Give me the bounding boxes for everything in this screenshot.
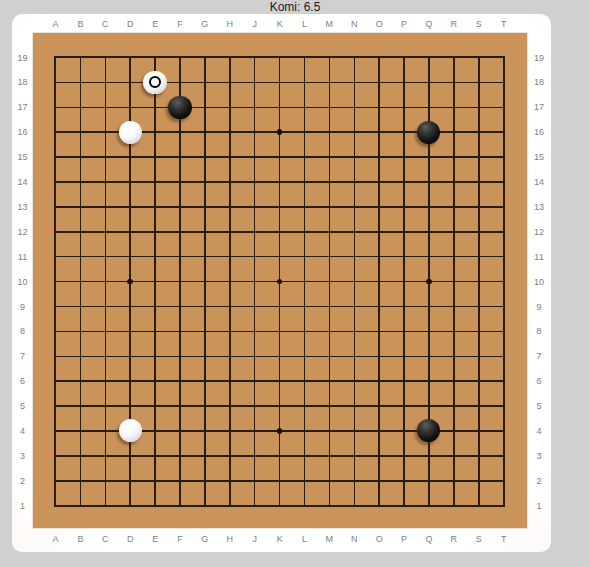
- intersection-H10[interactable]: [217, 269, 242, 294]
- intersection-C10[interactable]: [93, 269, 118, 294]
- intersection-G4[interactable]: [192, 418, 217, 443]
- intersection-D10[interactable]: [118, 269, 143, 294]
- intersection-T13[interactable]: [491, 194, 516, 219]
- intersection-L4[interactable]: [292, 418, 317, 443]
- intersection-J14[interactable]: [242, 170, 267, 195]
- intersection-M1[interactable]: [317, 493, 342, 518]
- intersection-E14[interactable]: [143, 170, 168, 195]
- intersection-S1[interactable]: [466, 493, 491, 518]
- intersection-Q6[interactable]: [416, 369, 441, 394]
- intersection-E16[interactable]: [143, 120, 168, 145]
- intersection-C8[interactable]: [93, 319, 118, 344]
- intersection-B3[interactable]: [68, 443, 93, 468]
- intersection-D17[interactable]: [118, 95, 143, 120]
- intersection-S5[interactable]: [466, 394, 491, 419]
- intersection-J7[interactable]: [242, 344, 267, 369]
- intersection-G15[interactable]: [192, 145, 217, 170]
- intersection-L8[interactable]: [292, 319, 317, 344]
- intersection-S2[interactable]: [466, 468, 491, 493]
- intersection-D14[interactable]: [118, 170, 143, 195]
- intersection-P3[interactable]: [392, 443, 417, 468]
- intersection-B2[interactable]: [68, 468, 93, 493]
- intersection-H15[interactable]: [217, 145, 242, 170]
- intersection-G12[interactable]: [192, 219, 217, 244]
- intersection-L18[interactable]: [292, 70, 317, 95]
- intersection-B5[interactable]: [68, 394, 93, 419]
- intersection-D3[interactable]: [118, 443, 143, 468]
- intersection-S10[interactable]: [466, 269, 491, 294]
- intersection-B10[interactable]: [68, 269, 93, 294]
- intersection-K5[interactable]: [267, 394, 292, 419]
- intersection-A16[interactable]: [43, 120, 68, 145]
- intersection-H18[interactable]: [217, 70, 242, 95]
- intersection-F6[interactable]: [168, 369, 193, 394]
- intersection-C1[interactable]: [93, 493, 118, 518]
- intersection-R19[interactable]: [441, 45, 466, 70]
- intersection-D15[interactable]: [118, 145, 143, 170]
- intersection-O14[interactable]: [367, 170, 392, 195]
- intersection-B14[interactable]: [68, 170, 93, 195]
- intersection-J4[interactable]: [242, 418, 267, 443]
- intersection-F13[interactable]: [168, 194, 193, 219]
- intersection-E11[interactable]: [143, 244, 168, 269]
- intersection-T18[interactable]: [491, 70, 516, 95]
- intersection-M18[interactable]: [317, 70, 342, 95]
- intersection-C11[interactable]: [93, 244, 118, 269]
- intersection-K12[interactable]: [267, 219, 292, 244]
- intersection-M7[interactable]: [317, 344, 342, 369]
- intersection-B6[interactable]: [68, 369, 93, 394]
- intersection-O13[interactable]: [367, 194, 392, 219]
- intersection-P4[interactable]: [392, 418, 417, 443]
- intersection-H3[interactable]: [217, 443, 242, 468]
- intersection-B19[interactable]: [68, 45, 93, 70]
- intersection-D1[interactable]: [118, 493, 143, 518]
- intersection-E17[interactable]: [143, 95, 168, 120]
- intersection-D7[interactable]: [118, 344, 143, 369]
- intersection-D2[interactable]: [118, 468, 143, 493]
- intersection-B7[interactable]: [68, 344, 93, 369]
- intersection-D4[interactable]: [118, 418, 143, 443]
- intersection-N9[interactable]: [342, 294, 367, 319]
- intersection-L3[interactable]: [292, 443, 317, 468]
- intersection-J19[interactable]: [242, 45, 267, 70]
- intersection-S11[interactable]: [466, 244, 491, 269]
- intersection-R3[interactable]: [441, 443, 466, 468]
- intersection-F2[interactable]: [168, 468, 193, 493]
- intersection-G9[interactable]: [192, 294, 217, 319]
- intersection-H11[interactable]: [217, 244, 242, 269]
- intersection-S3[interactable]: [466, 443, 491, 468]
- intersection-J18[interactable]: [242, 70, 267, 95]
- intersection-C4[interactable]: [93, 418, 118, 443]
- intersection-F15[interactable]: [168, 145, 193, 170]
- intersection-R10[interactable]: [441, 269, 466, 294]
- intersection-Q2[interactable]: [416, 468, 441, 493]
- intersection-N14[interactable]: [342, 170, 367, 195]
- intersection-D11[interactable]: [118, 244, 143, 269]
- intersection-R18[interactable]: [441, 70, 466, 95]
- intersection-R8[interactable]: [441, 319, 466, 344]
- intersection-S12[interactable]: [466, 219, 491, 244]
- intersection-K13[interactable]: [267, 194, 292, 219]
- intersection-F18[interactable]: [168, 70, 193, 95]
- intersection-M8[interactable]: [317, 319, 342, 344]
- intersection-K19[interactable]: [267, 45, 292, 70]
- intersection-P16[interactable]: [392, 120, 417, 145]
- intersection-N4[interactable]: [342, 418, 367, 443]
- intersection-N10[interactable]: [342, 269, 367, 294]
- intersection-S13[interactable]: [466, 194, 491, 219]
- intersection-J5[interactable]: [242, 394, 267, 419]
- intersection-N18[interactable]: [342, 70, 367, 95]
- intersection-A11[interactable]: [43, 244, 68, 269]
- intersection-A9[interactable]: [43, 294, 68, 319]
- intersection-R4[interactable]: [441, 418, 466, 443]
- intersection-H7[interactable]: [217, 344, 242, 369]
- intersection-J16[interactable]: [242, 120, 267, 145]
- intersection-C7[interactable]: [93, 344, 118, 369]
- intersection-O2[interactable]: [367, 468, 392, 493]
- intersection-E19[interactable]: [143, 45, 168, 70]
- intersection-Q19[interactable]: [416, 45, 441, 70]
- intersection-E2[interactable]: [143, 468, 168, 493]
- intersection-Q18[interactable]: [416, 70, 441, 95]
- intersection-E12[interactable]: [143, 219, 168, 244]
- intersection-O8[interactable]: [367, 319, 392, 344]
- intersection-N2[interactable]: [342, 468, 367, 493]
- intersection-R16[interactable]: [441, 120, 466, 145]
- intersection-M14[interactable]: [317, 170, 342, 195]
- intersection-N8[interactable]: [342, 319, 367, 344]
- intersection-S15[interactable]: [466, 145, 491, 170]
- intersection-Q11[interactable]: [416, 244, 441, 269]
- intersection-P19[interactable]: [392, 45, 417, 70]
- intersection-K10[interactable]: [267, 269, 292, 294]
- intersection-Q17[interactable]: [416, 95, 441, 120]
- intersection-F14[interactable]: [168, 170, 193, 195]
- intersection-T1[interactable]: [491, 493, 516, 518]
- intersection-C3[interactable]: [93, 443, 118, 468]
- intersection-T7[interactable]: [491, 344, 516, 369]
- intersection-G6[interactable]: [192, 369, 217, 394]
- intersection-P6[interactable]: [392, 369, 417, 394]
- intersection-K18[interactable]: [267, 70, 292, 95]
- intersection-A12[interactable]: [43, 219, 68, 244]
- intersection-D9[interactable]: [118, 294, 143, 319]
- intersection-R13[interactable]: [441, 194, 466, 219]
- intersection-C14[interactable]: [93, 170, 118, 195]
- intersection-G10[interactable]: [192, 269, 217, 294]
- intersection-A10[interactable]: [43, 269, 68, 294]
- intersection-N1[interactable]: [342, 493, 367, 518]
- intersection-K14[interactable]: [267, 170, 292, 195]
- intersection-M13[interactable]: [317, 194, 342, 219]
- intersection-A3[interactable]: [43, 443, 68, 468]
- intersection-O7[interactable]: [367, 344, 392, 369]
- intersection-R14[interactable]: [441, 170, 466, 195]
- intersection-L5[interactable]: [292, 394, 317, 419]
- intersection-H8[interactable]: [217, 319, 242, 344]
- intersection-B17[interactable]: [68, 95, 93, 120]
- intersection-H2[interactable]: [217, 468, 242, 493]
- intersection-E8[interactable]: [143, 319, 168, 344]
- intersection-G17[interactable]: [192, 95, 217, 120]
- intersection-K9[interactable]: [267, 294, 292, 319]
- intersection-N17[interactable]: [342, 95, 367, 120]
- intersection-D16[interactable]: [118, 120, 143, 145]
- intersection-R7[interactable]: [441, 344, 466, 369]
- intersection-Q4[interactable]: [416, 418, 441, 443]
- intersection-N7[interactable]: [342, 344, 367, 369]
- intersection-G8[interactable]: [192, 319, 217, 344]
- intersection-Q16[interactable]: [416, 120, 441, 145]
- intersection-L1[interactable]: [292, 493, 317, 518]
- intersection-G19[interactable]: [192, 45, 217, 70]
- intersection-R17[interactable]: [441, 95, 466, 120]
- intersection-M9[interactable]: [317, 294, 342, 319]
- intersection-H16[interactable]: [217, 120, 242, 145]
- intersection-C2[interactable]: [93, 468, 118, 493]
- intersection-O17[interactable]: [367, 95, 392, 120]
- intersection-K8[interactable]: [267, 319, 292, 344]
- intersection-J15[interactable]: [242, 145, 267, 170]
- intersection-H14[interactable]: [217, 170, 242, 195]
- intersection-R12[interactable]: [441, 219, 466, 244]
- intersection-L9[interactable]: [292, 294, 317, 319]
- intersection-T6[interactable]: [491, 369, 516, 394]
- intersection-Q8[interactable]: [416, 319, 441, 344]
- intersection-J2[interactable]: [242, 468, 267, 493]
- intersection-F4[interactable]: [168, 418, 193, 443]
- intersection-F8[interactable]: [168, 319, 193, 344]
- intersection-P10[interactable]: [392, 269, 417, 294]
- intersection-L15[interactable]: [292, 145, 317, 170]
- intersection-S16[interactable]: [466, 120, 491, 145]
- intersection-O19[interactable]: [367, 45, 392, 70]
- intersection-T10[interactable]: [491, 269, 516, 294]
- intersection-H17[interactable]: [217, 95, 242, 120]
- intersection-M2[interactable]: [317, 468, 342, 493]
- intersection-C15[interactable]: [93, 145, 118, 170]
- intersection-S14[interactable]: [466, 170, 491, 195]
- intersection-H6[interactable]: [217, 369, 242, 394]
- intersection-G13[interactable]: [192, 194, 217, 219]
- intersection-H13[interactable]: [217, 194, 242, 219]
- intersection-O12[interactable]: [367, 219, 392, 244]
- intersection-K3[interactable]: [267, 443, 292, 468]
- intersection-F16[interactable]: [168, 120, 193, 145]
- intersection-K6[interactable]: [267, 369, 292, 394]
- intersection-Q12[interactable]: [416, 219, 441, 244]
- intersection-G3[interactable]: [192, 443, 217, 468]
- intersection-C13[interactable]: [93, 194, 118, 219]
- intersection-F7[interactable]: [168, 344, 193, 369]
- intersection-E9[interactable]: [143, 294, 168, 319]
- intersection-Q7[interactable]: [416, 344, 441, 369]
- intersection-P12[interactable]: [392, 219, 417, 244]
- intersection-T8[interactable]: [491, 319, 516, 344]
- intersection-M15[interactable]: [317, 145, 342, 170]
- intersection-P5[interactable]: [392, 394, 417, 419]
- intersection-R9[interactable]: [441, 294, 466, 319]
- intersection-M4[interactable]: [317, 418, 342, 443]
- intersection-H19[interactable]: [217, 45, 242, 70]
- intersection-F5[interactable]: [168, 394, 193, 419]
- intersection-H5[interactable]: [217, 394, 242, 419]
- intersection-J12[interactable]: [242, 219, 267, 244]
- intersection-Q15[interactable]: [416, 145, 441, 170]
- intersection-K1[interactable]: [267, 493, 292, 518]
- intersection-J3[interactable]: [242, 443, 267, 468]
- intersection-Q10[interactable]: [416, 269, 441, 294]
- intersection-N6[interactable]: [342, 369, 367, 394]
- intersection-J17[interactable]: [242, 95, 267, 120]
- intersection-N15[interactable]: [342, 145, 367, 170]
- intersection-S8[interactable]: [466, 319, 491, 344]
- intersection-H1[interactable]: [217, 493, 242, 518]
- intersection-J10[interactable]: [242, 269, 267, 294]
- intersection-K2[interactable]: [267, 468, 292, 493]
- intersection-A2[interactable]: [43, 468, 68, 493]
- intersection-S9[interactable]: [466, 294, 491, 319]
- intersection-O16[interactable]: [367, 120, 392, 145]
- intersection-N5[interactable]: [342, 394, 367, 419]
- intersection-A17[interactable]: [43, 95, 68, 120]
- intersection-N12[interactable]: [342, 219, 367, 244]
- intersection-F19[interactable]: [168, 45, 193, 70]
- intersection-T9[interactable]: [491, 294, 516, 319]
- intersection-T16[interactable]: [491, 120, 516, 145]
- intersection-K4[interactable]: [267, 418, 292, 443]
- intersection-G1[interactable]: [192, 493, 217, 518]
- intersection-O3[interactable]: [367, 443, 392, 468]
- intersection-B12[interactable]: [68, 219, 93, 244]
- intersection-P7[interactable]: [392, 344, 417, 369]
- intersection-L10[interactable]: [292, 269, 317, 294]
- intersection-P2[interactable]: [392, 468, 417, 493]
- intersection-S17[interactable]: [466, 95, 491, 120]
- intersection-C6[interactable]: [93, 369, 118, 394]
- intersection-B9[interactable]: [68, 294, 93, 319]
- intersection-O5[interactable]: [367, 394, 392, 419]
- intersection-O4[interactable]: [367, 418, 392, 443]
- intersection-T17[interactable]: [491, 95, 516, 120]
- intersection-J9[interactable]: [242, 294, 267, 319]
- intersection-Q3[interactable]: [416, 443, 441, 468]
- intersection-M6[interactable]: [317, 369, 342, 394]
- intersection-P18[interactable]: [392, 70, 417, 95]
- intersection-L16[interactable]: [292, 120, 317, 145]
- intersection-C12[interactable]: [93, 219, 118, 244]
- intersection-C17[interactable]: [93, 95, 118, 120]
- intersection-F3[interactable]: [168, 443, 193, 468]
- intersection-O10[interactable]: [367, 269, 392, 294]
- intersection-B1[interactable]: [68, 493, 93, 518]
- intersection-B16[interactable]: [68, 120, 93, 145]
- intersection-D18[interactable]: [118, 70, 143, 95]
- intersection-S6[interactable]: [466, 369, 491, 394]
- intersection-D6[interactable]: [118, 369, 143, 394]
- intersection-C16[interactable]: [93, 120, 118, 145]
- intersection-O6[interactable]: [367, 369, 392, 394]
- intersection-F12[interactable]: [168, 219, 193, 244]
- intersection-P14[interactable]: [392, 170, 417, 195]
- intersection-S4[interactable]: [466, 418, 491, 443]
- intersection-L2[interactable]: [292, 468, 317, 493]
- intersection-T3[interactable]: [491, 443, 516, 468]
- intersection-F10[interactable]: [168, 269, 193, 294]
- intersection-R1[interactable]: [441, 493, 466, 518]
- intersection-S19[interactable]: [466, 45, 491, 70]
- intersection-E4[interactable]: [143, 418, 168, 443]
- intersection-F9[interactable]: [168, 294, 193, 319]
- intersection-N3[interactable]: [342, 443, 367, 468]
- intersection-E10[interactable]: [143, 269, 168, 294]
- intersection-J6[interactable]: [242, 369, 267, 394]
- intersection-G7[interactable]: [192, 344, 217, 369]
- intersection-N16[interactable]: [342, 120, 367, 145]
- intersection-L6[interactable]: [292, 369, 317, 394]
- intersection-M19[interactable]: [317, 45, 342, 70]
- intersection-G5[interactable]: [192, 394, 217, 419]
- intersection-P13[interactable]: [392, 194, 417, 219]
- intersection-B8[interactable]: [68, 319, 93, 344]
- intersection-A14[interactable]: [43, 170, 68, 195]
- intersection-M11[interactable]: [317, 244, 342, 269]
- intersection-O1[interactable]: [367, 493, 392, 518]
- intersection-G16[interactable]: [192, 120, 217, 145]
- intersection-K16[interactable]: [267, 120, 292, 145]
- intersection-J11[interactable]: [242, 244, 267, 269]
- intersection-L17[interactable]: [292, 95, 317, 120]
- intersection-G14[interactable]: [192, 170, 217, 195]
- intersection-L14[interactable]: [292, 170, 317, 195]
- intersection-E15[interactable]: [143, 145, 168, 170]
- intersection-R5[interactable]: [441, 394, 466, 419]
- intersection-G2[interactable]: [192, 468, 217, 493]
- intersection-P8[interactable]: [392, 319, 417, 344]
- intersection-J1[interactable]: [242, 493, 267, 518]
- intersection-E3[interactable]: [143, 443, 168, 468]
- intersection-R2[interactable]: [441, 468, 466, 493]
- intersection-L11[interactable]: [292, 244, 317, 269]
- intersection-P11[interactable]: [392, 244, 417, 269]
- intersection-D19[interactable]: [118, 45, 143, 70]
- intersection-T14[interactable]: [491, 170, 516, 195]
- intersection-A18[interactable]: [43, 70, 68, 95]
- intersection-O9[interactable]: [367, 294, 392, 319]
- intersection-F11[interactable]: [168, 244, 193, 269]
- intersection-C9[interactable]: [93, 294, 118, 319]
- intersection-K7[interactable]: [267, 344, 292, 369]
- intersection-Q13[interactable]: [416, 194, 441, 219]
- intersection-N11[interactable]: [342, 244, 367, 269]
- intersection-E5[interactable]: [143, 394, 168, 419]
- intersection-O18[interactable]: [367, 70, 392, 95]
- intersection-D13[interactable]: [118, 194, 143, 219]
- intersection-C19[interactable]: [93, 45, 118, 70]
- intersection-K15[interactable]: [267, 145, 292, 170]
- intersection-M12[interactable]: [317, 219, 342, 244]
- intersection-B15[interactable]: [68, 145, 93, 170]
- intersection-T5[interactable]: [491, 394, 516, 419]
- intersection-N13[interactable]: [342, 194, 367, 219]
- intersection-L12[interactable]: [292, 219, 317, 244]
- intersection-T2[interactable]: [491, 468, 516, 493]
- intersection-F1[interactable]: [168, 493, 193, 518]
- intersection-G18[interactable]: [192, 70, 217, 95]
